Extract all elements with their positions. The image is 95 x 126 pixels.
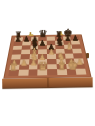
- square-c1: [28, 70, 38, 76]
- board-grid: ♜♛♜♚♟♟♟♟♟♟♞♟♞♝♟♝♝♟♞♟♞♟♟♟♟♟♟♜♛♜♚: [8, 36, 86, 76]
- piece-black-pawn: ♟: [38, 40, 46, 48]
- piece-black-queen: ♛: [39, 29, 47, 39]
- square-d1: ♛: [38, 70, 48, 76]
- piece-white-pawn: ♟: [19, 59, 28, 68]
- square-b1: [18, 70, 28, 76]
- piece-black-pawn: ♟: [22, 36, 30, 44]
- clasp-icon: [86, 53, 89, 58]
- piece-black-knight: ♞: [55, 38, 63, 47]
- square-g1: ♚: [66, 69, 76, 75]
- fold-seam: [47, 78, 48, 87]
- piece-black-pawn: ♟: [14, 36, 22, 44]
- piece-white-queen: ♛: [38, 61, 48, 73]
- product-photo: ♜♛♜♚♟♟♟♟♟♟♞♟♞♝♟♝♝♟♞♟♞♟♟♟♟♟♟♜♛♜♚: [0, 0, 95, 126]
- piece-white-rook: ♜: [57, 63, 67, 73]
- chess-board: ♜♛♜♚♟♟♟♟♟♟♞♟♞♝♟♝♝♟♞♟♞♟♟♟♟♟♟♜♛♜♚: [3, 34, 91, 78]
- square-f1: ♜: [57, 69, 67, 75]
- board-front-face: [2, 77, 93, 89]
- piece-white-pawn: ♟: [47, 49, 56, 57]
- piece-white-rook: ♜: [9, 63, 19, 73]
- piece-white-king: ♚: [67, 60, 77, 73]
- square-e1: [47, 69, 57, 75]
